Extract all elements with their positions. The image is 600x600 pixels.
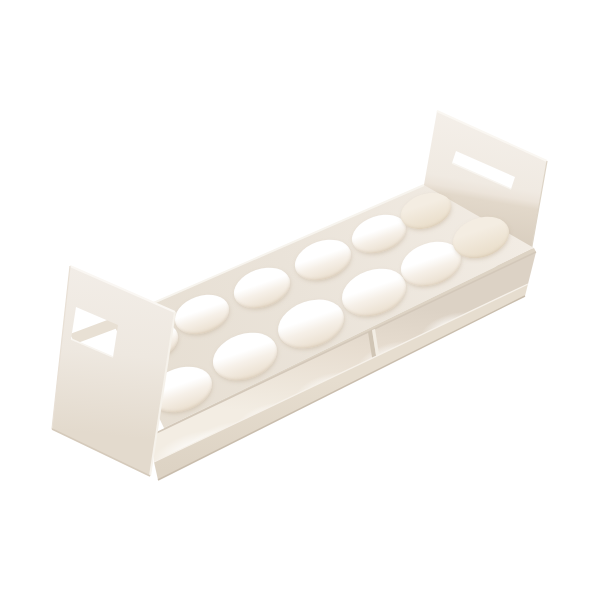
tray-structure-front xyxy=(0,0,600,600)
left-end-panel-with-handle-slot xyxy=(52,266,175,476)
board-render-scene xyxy=(0,0,600,600)
